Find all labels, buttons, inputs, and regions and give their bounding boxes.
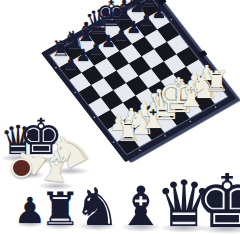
piece-shadow	[120, 222, 162, 232]
hinge-top	[157, 0, 167, 5]
felt-base	[11, 158, 32, 178]
piece-shadow	[50, 167, 90, 175]
piece-shadow	[198, 224, 240, 234]
piece-shadow	[42, 220, 78, 230]
chessboard	[41, 0, 236, 162]
board-grid	[50, 0, 228, 154]
piece-shadow	[16, 218, 44, 228]
piece-shadow	[77, 221, 118, 231]
piece-shadow	[37, 182, 75, 190]
hinge-bottom	[198, 50, 208, 58]
chess-set-photo: ♜♞♝♛♚♝♞♜♟♟♟♟♟♟♟♟♟♟♟♟♟♟♟♟♜♞♝♛♚♝♞♜♛♚♝♞♟♟♜♞…	[0, 0, 240, 234]
